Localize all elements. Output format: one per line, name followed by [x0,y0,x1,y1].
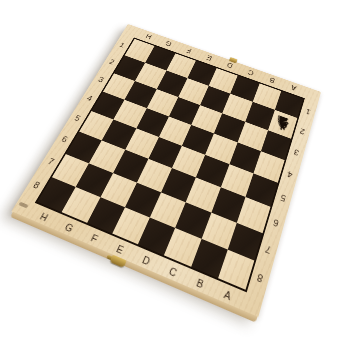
chess-board: ♞ HGFEDCBA HGFEDCBA 12345678 12345678 [11,24,321,318]
photo-background: ♞ HGFEDCBA HGFEDCBA 12345678 12345678 [0,0,350,350]
manufacturer-stamp [18,202,28,209]
wooden-frame: ♞ HGFEDCBA HGFEDCBA 12345678 12345678 [11,24,321,318]
